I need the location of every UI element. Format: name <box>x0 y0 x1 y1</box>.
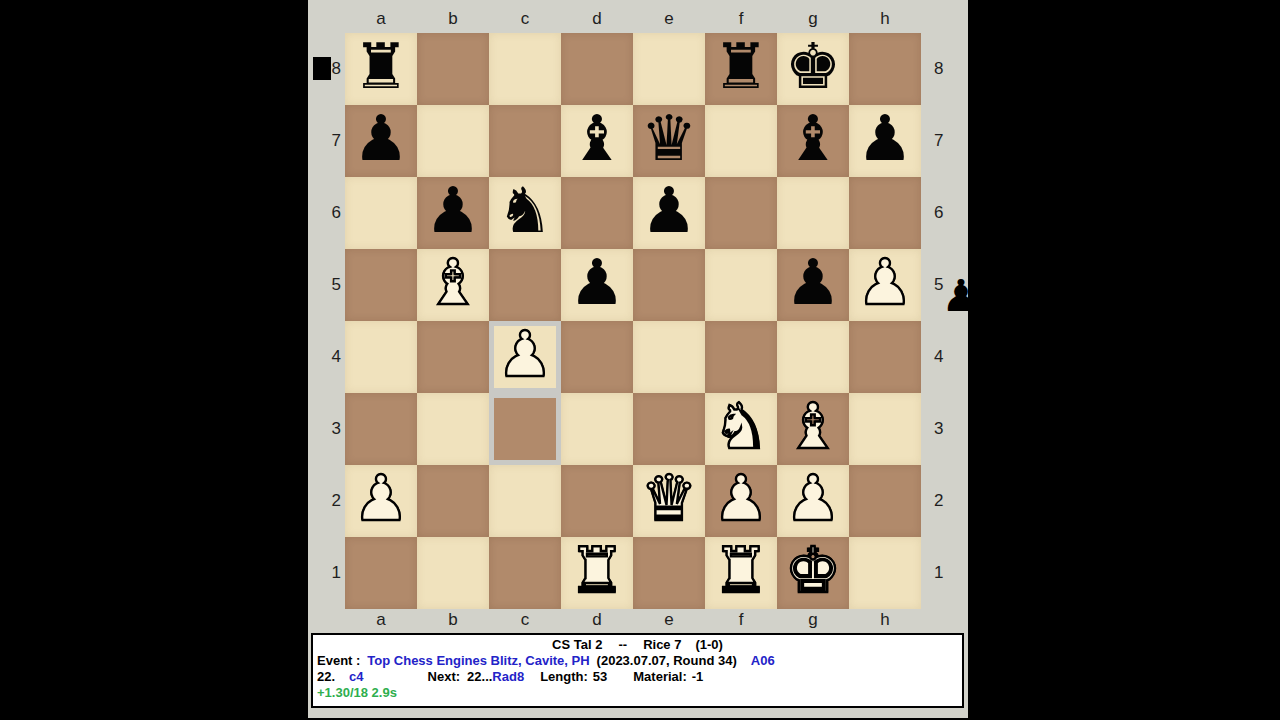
black-pawn[interactable]: ♟ <box>345 105 417 177</box>
square-a5[interactable] <box>345 249 417 321</box>
file-label-a: a <box>345 8 417 30</box>
square-c3[interactable] <box>489 393 561 465</box>
black-pawn[interactable]: ♟ <box>777 249 849 321</box>
square-c6[interactable]: ♞ <box>489 177 561 249</box>
file-label-c: c <box>489 8 561 30</box>
square-f3[interactable]: ♞ <box>705 393 777 465</box>
square-b2[interactable] <box>417 465 489 537</box>
square-g2[interactable]: ♟ <box>777 465 849 537</box>
square-g4[interactable] <box>777 321 849 393</box>
rank-labels-right: 87654321 <box>925 33 964 609</box>
square-b6[interactable]: ♟ <box>417 177 489 249</box>
chess-board: ♜♜♚♟♝♛♝♟♟♞♟♝♟♟♟♟♞♝♟♛♟♟♜♜♚ <box>345 33 921 609</box>
square-g6[interactable] <box>777 177 849 249</box>
white-player-name: CS Tal 2 <box>552 637 602 652</box>
square-b4[interactable] <box>417 321 489 393</box>
next-move[interactable]: Rad8 <box>492 669 524 684</box>
square-g8[interactable]: ♚ <box>777 33 849 105</box>
eco-code: A06 <box>751 653 775 669</box>
next-move-prefix: 22... <box>467 669 492 685</box>
length-label: Length: <box>540 669 588 685</box>
game-title-line: CS Tal 2--Rice 7(1-0) <box>313 637 962 653</box>
square-d6[interactable] <box>561 177 633 249</box>
square-e6[interactable]: ♟ <box>633 177 705 249</box>
rank-label-4: 4 <box>934 321 964 393</box>
square-f5[interactable] <box>705 249 777 321</box>
black-pawn[interactable]: ♟ <box>417 177 489 249</box>
black-knight[interactable]: ♞ <box>489 177 561 249</box>
square-c4[interactable]: ♟ <box>489 321 561 393</box>
current-move[interactable]: c4 <box>349 669 363 685</box>
square-h6[interactable] <box>849 177 921 249</box>
white-bishop[interactable]: ♝ <box>417 249 489 321</box>
square-e5[interactable] <box>633 249 705 321</box>
square-a8[interactable]: ♜ <box>345 33 417 105</box>
rank-label-3: 3 <box>934 393 964 465</box>
black-to-move-indicator <box>313 57 331 80</box>
square-b5[interactable]: ♝ <box>417 249 489 321</box>
white-pawn[interactable]: ♟ <box>705 465 777 537</box>
next-label: Next: <box>428 669 461 685</box>
square-a1[interactable] <box>345 537 417 609</box>
file-label-d: d <box>561 8 633 30</box>
file-labels-bottom: abcdefgh <box>345 609 921 631</box>
square-e4[interactable] <box>633 321 705 393</box>
square-d7[interactable]: ♝ <box>561 105 633 177</box>
file-label-d: d <box>561 609 633 631</box>
rank-label-6: 6 <box>934 177 964 249</box>
square-a6[interactable] <box>345 177 417 249</box>
square-b7[interactable] <box>417 105 489 177</box>
square-f6[interactable] <box>705 177 777 249</box>
black-king[interactable]: ♚ <box>777 33 849 105</box>
length-value: 53 <box>593 669 607 685</box>
square-h5[interactable]: ♟ <box>849 249 921 321</box>
white-pawn[interactable]: ♟ <box>849 249 921 321</box>
move-line: 22.c4Next:22...Rad8Length:53Material:-1 <box>313 669 962 685</box>
black-queen[interactable]: ♛ <box>633 105 705 177</box>
square-d1[interactable]: ♜ <box>561 537 633 609</box>
rank-label-1: 1 <box>308 537 341 609</box>
file-label-c: c <box>489 609 561 631</box>
square-e8[interactable] <box>633 33 705 105</box>
square-f1[interactable]: ♜ <box>705 537 777 609</box>
square-e3[interactable] <box>633 393 705 465</box>
square-g3[interactable]: ♝ <box>777 393 849 465</box>
square-c8[interactable] <box>489 33 561 105</box>
square-c1[interactable] <box>489 537 561 609</box>
black-rook[interactable]: ♜ <box>345 33 417 105</box>
file-label-a: a <box>345 609 417 631</box>
black-player-name: Rice 7 <box>643 637 681 652</box>
square-e7[interactable]: ♛ <box>633 105 705 177</box>
square-b3[interactable] <box>417 393 489 465</box>
rank-label-3: 3 <box>308 393 341 465</box>
white-bishop[interactable]: ♝ <box>777 393 849 465</box>
rank-label-2: 2 <box>308 465 341 537</box>
white-rook[interactable]: ♜ <box>705 537 777 609</box>
square-a7[interactable]: ♟ <box>345 105 417 177</box>
rank-label-7: 7 <box>308 105 341 177</box>
square-f4[interactable] <box>705 321 777 393</box>
square-c2[interactable] <box>489 465 561 537</box>
square-g7[interactable]: ♝ <box>777 105 849 177</box>
move-number: 22. <box>317 669 335 684</box>
white-pawn[interactable]: ♟ <box>345 465 417 537</box>
square-a3[interactable] <box>345 393 417 465</box>
white-pawn[interactable]: ♟ <box>777 465 849 537</box>
event-label: Event : <box>317 653 360 668</box>
white-king[interactable]: ♚ <box>777 537 849 609</box>
black-pawn[interactable]: ♟ <box>849 105 921 177</box>
square-f8[interactable]: ♜ <box>705 33 777 105</box>
rank-labels-left: 87654321 <box>308 33 343 609</box>
white-rook[interactable]: ♜ <box>561 537 633 609</box>
rank-label-5: 5 <box>308 249 341 321</box>
file-label-e: e <box>633 8 705 30</box>
white-pawn[interactable]: ♟ <box>489 321 561 393</box>
black-pawn[interactable]: ♟ <box>561 249 633 321</box>
material-label: Material: <box>633 669 686 685</box>
file-label-g: g <box>777 609 849 631</box>
square-d5[interactable]: ♟ <box>561 249 633 321</box>
square-e2[interactable]: ♛ <box>633 465 705 537</box>
square-d4[interactable] <box>561 321 633 393</box>
rank-label-1: 1 <box>934 537 964 609</box>
square-a4[interactable] <box>345 321 417 393</box>
white-queen[interactable]: ♛ <box>633 465 705 537</box>
file-labels-top: abcdefgh <box>345 8 921 30</box>
event-details: (2023.07.07, Round 34) <box>597 653 737 669</box>
event-line: Event :Top Chess Engines Blitz, Cavite, … <box>313 653 962 669</box>
square-h7[interactable]: ♟ <box>849 105 921 177</box>
square-a2[interactable]: ♟ <box>345 465 417 537</box>
file-label-b: b <box>417 8 489 30</box>
file-label-g: g <box>777 8 849 30</box>
rank-label-4: 4 <box>308 321 341 393</box>
file-label-e: e <box>633 609 705 631</box>
square-f2[interactable]: ♟ <box>705 465 777 537</box>
square-d8[interactable] <box>561 33 633 105</box>
black-bishop[interactable]: ♝ <box>777 105 849 177</box>
black-rook[interactable]: ♜ <box>705 33 777 105</box>
rank-label-8: 8 <box>934 33 964 105</box>
rank-label-2: 2 <box>934 465 964 537</box>
file-label-h: h <box>849 609 921 631</box>
square-d2[interactable] <box>561 465 633 537</box>
square-g1[interactable]: ♚ <box>777 537 849 609</box>
file-label-b: b <box>417 609 489 631</box>
square-b1[interactable] <box>417 537 489 609</box>
viewer-content: abcdefgh 87654321 ♜♜♚♟♝♛♝♟♟♞♟♝♟♟♟♟♞♝♟♛♟♟… <box>308 0 968 718</box>
square-h4[interactable] <box>849 321 921 393</box>
square-c5[interactable] <box>489 249 561 321</box>
white-knight[interactable]: ♞ <box>705 393 777 465</box>
game-info-panel: CS Tal 2--Rice 7(1-0) Event :Top Chess E… <box>311 633 964 708</box>
players-separator: -- <box>618 637 627 653</box>
square-h3[interactable] <box>849 393 921 465</box>
file-label-f: f <box>705 8 777 30</box>
square-c7[interactable] <box>489 105 561 177</box>
file-label-h: h <box>849 8 921 30</box>
rank-label-6: 6 <box>308 177 341 249</box>
square-g5[interactable]: ♟ <box>777 249 849 321</box>
square-h8[interactable] <box>849 33 921 105</box>
material-advantage-pawn-icon: ♟ <box>939 272 983 320</box>
square-h1[interactable] <box>849 537 921 609</box>
square-h2[interactable] <box>849 465 921 537</box>
material-value: -1 <box>692 669 704 685</box>
event-name: Top Chess Engines Blitz, Cavite, PH <box>367 653 589 669</box>
square-f7[interactable] <box>705 105 777 177</box>
game-result: (1-0) <box>695 637 722 653</box>
engine-eval: +1.30/18 2.9s <box>313 685 962 701</box>
square-b8[interactable] <box>417 33 489 105</box>
black-pawn[interactable]: ♟ <box>633 177 705 249</box>
black-bishop[interactable]: ♝ <box>561 105 633 177</box>
square-d3[interactable] <box>561 393 633 465</box>
square-e1[interactable] <box>633 537 705 609</box>
file-label-f: f <box>705 609 777 631</box>
rank-label-7: 7 <box>934 105 964 177</box>
